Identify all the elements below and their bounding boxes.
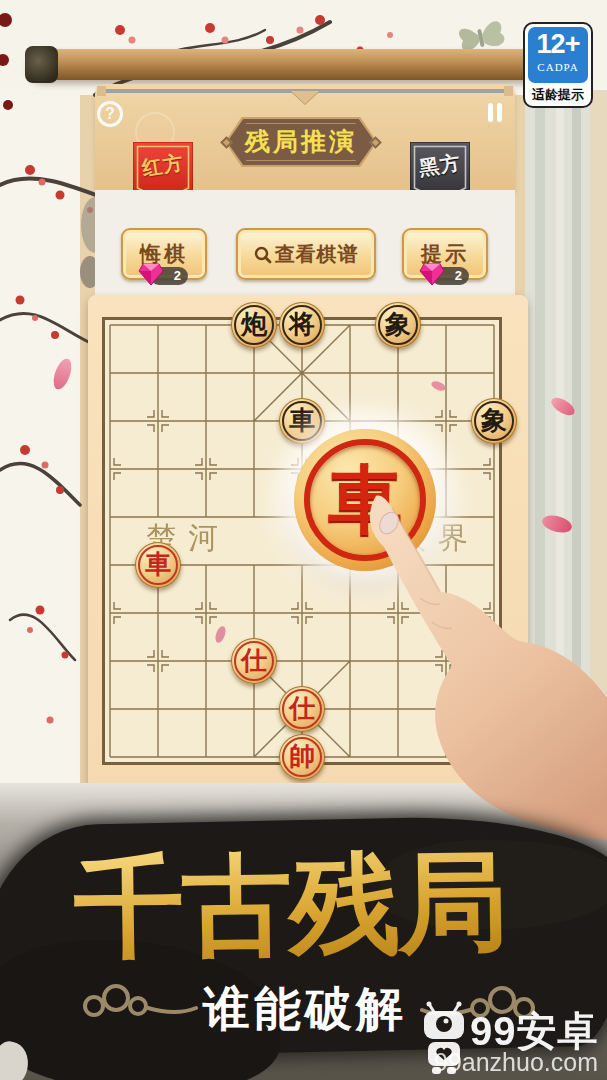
headline-calligraphy: 千古残局 — [39, 843, 541, 976]
watermark-domain: 99anzhuo.com — [434, 1048, 598, 1077]
watermark: 99安卓 99anzhuo.com — [420, 1000, 607, 1080]
app-screen: 12+ CADPA 适龄提示 ? 残局推演 红方 — [0, 0, 607, 1080]
